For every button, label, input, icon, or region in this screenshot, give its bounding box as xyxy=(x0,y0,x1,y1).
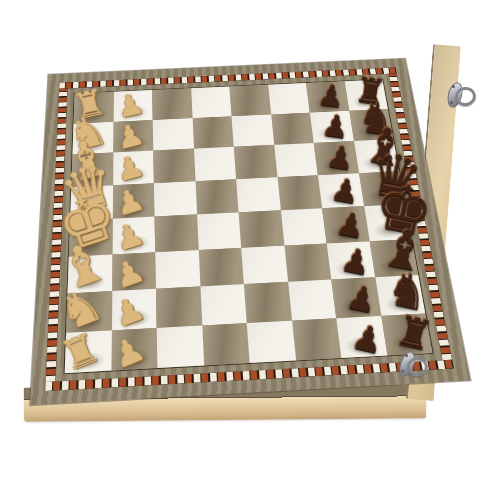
board-square[interactable] xyxy=(236,177,280,213)
latch-screw-icon xyxy=(450,101,453,104)
board-square[interactable] xyxy=(192,116,234,149)
board-square[interactable] xyxy=(154,181,197,217)
board-square[interactable] xyxy=(197,212,242,249)
board-square[interactable] xyxy=(274,143,318,177)
board-square[interactable]: ♜ xyxy=(65,330,112,373)
latch-screw-icon xyxy=(452,85,455,88)
piece-black-pawn[interactable]: ♟ xyxy=(342,317,394,360)
piece-black-pawn[interactable]: ♟ xyxy=(327,206,375,244)
chess-set-photo: ♜♟♟♜♞♟♟♞♝♟♟♝♛♟♟♛♚♟♟♚♝♟♟♝♞♟♟♞♜♟♟♜ xyxy=(0,0,500,500)
board-square[interactable] xyxy=(195,179,239,215)
board-square[interactable]: ♟ xyxy=(336,315,387,358)
board-square[interactable] xyxy=(231,114,273,147)
board-inner-border: ♜♟♟♜♞♟♟♞♝♟♟♝♛♟♟♛♚♟♟♚♝♟♟♝♞♟♟♞♜♟♟♜ xyxy=(56,74,443,382)
board-square[interactable] xyxy=(271,112,314,145)
board-square[interactable] xyxy=(202,323,250,366)
board-square[interactable] xyxy=(200,284,247,325)
metal-latch-bottom xyxy=(396,347,433,384)
latch-hook-icon xyxy=(407,357,429,377)
piece-white-rook[interactable]: ♜ xyxy=(52,325,110,379)
board-square[interactable] xyxy=(244,282,292,323)
board-square[interactable] xyxy=(191,86,232,117)
board-square[interactable] xyxy=(247,320,296,363)
board-square[interactable] xyxy=(156,286,202,327)
board-square[interactable] xyxy=(157,325,204,368)
board-square[interactable]: ♟ xyxy=(112,252,156,291)
board-square[interactable] xyxy=(155,214,199,251)
board-square[interactable] xyxy=(288,280,337,321)
board-square[interactable] xyxy=(152,88,192,119)
piece-black-pawn[interactable]: ♟ xyxy=(336,279,387,320)
board-square[interactable] xyxy=(277,175,322,210)
board-grid: ♜♟♟♜♞♟♟♞♝♟♟♝♛♟♟♛♚♟♟♚♝♟♟♝♞♟♟♞♜♟♟♜ xyxy=(64,79,434,374)
metal-latch-top xyxy=(446,79,480,113)
board-square[interactable] xyxy=(292,318,342,361)
board-square[interactable] xyxy=(194,147,237,181)
board-square[interactable]: ♟ xyxy=(322,206,369,243)
board-square[interactable]: ♟ xyxy=(111,327,157,370)
board-square[interactable] xyxy=(153,118,194,151)
board-square[interactable]: ♟ xyxy=(111,289,156,330)
mosaic-inlay-frame: ♜♟♟♜♞♟♟♞♝♟♟♝♛♟♟♛♚♟♟♚♝♟♟♝♞♟♟♞♜♟♟♜ xyxy=(45,67,454,391)
piece-black-pawn[interactable]: ♟ xyxy=(331,242,380,282)
board-square[interactable] xyxy=(239,210,284,247)
board-square[interactable]: ♟ xyxy=(327,241,375,280)
board-square[interactable] xyxy=(284,243,331,282)
board-square[interactable] xyxy=(268,83,310,114)
board-square[interactable]: ♟ xyxy=(331,277,380,318)
